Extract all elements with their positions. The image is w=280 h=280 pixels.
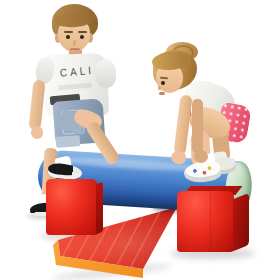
boy-left-arm	[28, 80, 45, 131]
boy-eye-left	[66, 35, 70, 39]
boy-eyebrow-right	[78, 31, 87, 33]
boy-left-hand	[31, 126, 43, 139]
right-red-block-side	[233, 193, 249, 251]
boy-shorts-cuff	[56, 135, 81, 148]
girl-far-arm	[192, 99, 203, 153]
girl-far-hand	[194, 150, 208, 163]
girl-near-hand	[171, 151, 186, 164]
girl-mouth	[159, 92, 165, 95]
left-red-block-side	[96, 182, 103, 234]
right-red-block	[177, 191, 234, 252]
left-red-block	[46, 179, 98, 235]
girl-nose	[158, 86, 161, 90]
boy-eyebrow-left	[64, 31, 73, 33]
boy-eye-right	[80, 35, 84, 39]
boy-nose	[73, 40, 76, 46]
girl-eye	[161, 81, 165, 85]
soft-play-photo: CALI	[0, 0, 280, 280]
